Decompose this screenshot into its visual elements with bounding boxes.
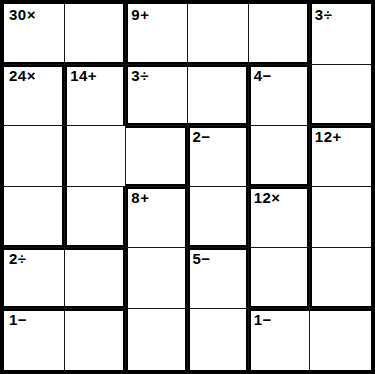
- cell-r3c5[interactable]: [249, 126, 310, 187]
- cell-r3c2[interactable]: [65, 126, 126, 187]
- cell-r6c5[interactable]: 1−: [249, 309, 310, 370]
- cell-r1c3[interactable]: 9+: [126, 4, 187, 65]
- cell-r4c1[interactable]: [4, 187, 65, 248]
- cell-r2c3[interactable]: 3÷: [126, 65, 187, 126]
- cage-label-E: 14+: [70, 67, 97, 84]
- cell-r3c4[interactable]: 2−: [188, 126, 249, 187]
- cell-r2c4[interactable]: [188, 65, 249, 126]
- cage-label-K: 12×: [254, 189, 281, 206]
- cell-r6c3[interactable]: [126, 309, 187, 370]
- cage-label-G: 4−: [254, 67, 272, 84]
- cell-r4c4[interactable]: [188, 187, 249, 248]
- cell-r6c1[interactable]: 1−: [4, 309, 65, 370]
- cell-r4c6[interactable]: [310, 187, 371, 248]
- cage-label-J: 8+: [131, 189, 149, 206]
- page: { "game": "KenKen (Calcudoku) 6x6 arithm…: [0, 0, 375, 374]
- cage-label-O: 1−: [254, 311, 272, 328]
- cell-r1c6[interactable]: 3÷: [310, 4, 371, 65]
- cell-r5c6[interactable]: [310, 248, 371, 309]
- cell-r1c1[interactable]: 30×: [4, 4, 65, 65]
- cage-label-A: 30×: [9, 6, 36, 23]
- kenken-board: 30×9+3÷24×14+3÷4−2−12+8+12×2÷5−1−1−: [0, 0, 375, 374]
- cell-r1c4[interactable]: [188, 4, 249, 65]
- cell-r1c5[interactable]: [249, 4, 310, 65]
- cell-r2c1[interactable]: 24×: [4, 65, 65, 126]
- cell-r5c4[interactable]: 5−: [188, 248, 249, 309]
- cell-r5c1[interactable]: 2÷: [4, 248, 65, 309]
- cell-r3c1[interactable]: [4, 126, 65, 187]
- cage-label-D: 24×: [9, 67, 36, 84]
- cell-r3c6[interactable]: 12+: [310, 126, 371, 187]
- cage-label-C: 3÷: [315, 6, 333, 23]
- cage-label-M: 5−: [193, 250, 211, 267]
- cage-label-F: 3÷: [131, 67, 149, 84]
- cell-r6c4[interactable]: [188, 309, 249, 370]
- cell-r6c6[interactable]: [310, 309, 371, 370]
- cell-r2c5[interactable]: 4−: [249, 65, 310, 126]
- cell-r4c3[interactable]: 8+: [126, 187, 187, 248]
- cell-r4c2[interactable]: [65, 187, 126, 248]
- cell-r3c3[interactable]: [126, 126, 187, 187]
- cage-label-N: 1−: [9, 311, 27, 328]
- cage-label-L: 2÷: [9, 250, 27, 267]
- cage-label-B: 9+: [131, 6, 149, 23]
- cell-r5c5[interactable]: [249, 248, 310, 309]
- cell-r5c2[interactable]: [65, 248, 126, 309]
- cell-r5c3[interactable]: [126, 248, 187, 309]
- cell-r4c5[interactable]: 12×: [249, 187, 310, 248]
- cell-r6c2[interactable]: [65, 309, 126, 370]
- cell-r2c2[interactable]: 14+: [65, 65, 126, 126]
- cage-label-I: 12+: [315, 128, 342, 145]
- cage-label-H: 2−: [193, 128, 211, 145]
- cell-r2c6[interactable]: [310, 65, 371, 126]
- cell-r1c2[interactable]: [65, 4, 126, 65]
